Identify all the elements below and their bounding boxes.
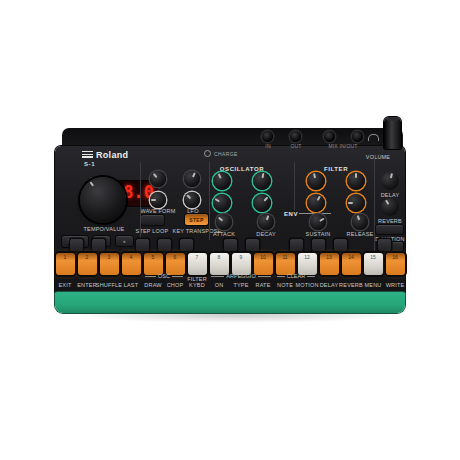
jack-mix-in[interactable]	[324, 131, 335, 142]
step-button-9[interactable]: 9	[232, 253, 251, 275]
black-key-button[interactable]	[70, 239, 83, 251]
step-label-kybd: KYBD	[189, 283, 205, 289]
rec-button[interactable]: ●	[116, 236, 133, 246]
black-key-button[interactable]	[290, 239, 303, 251]
step-number: 8	[210, 255, 229, 260]
filter-knob-2[interactable]	[347, 172, 365, 190]
lfo-rate-knob[interactable]	[184, 192, 200, 208]
black-key-button[interactable]	[246, 239, 259, 251]
volume-knob[interactable]	[384, 117, 401, 149]
jack-out-label: OUT	[290, 144, 301, 149]
charge-indicator: CHARGE	[204, 150, 238, 157]
step-label-menu: MENU	[365, 283, 382, 289]
step-mode-button[interactable]: STEP	[185, 214, 208, 225]
step-number: 13	[320, 255, 339, 260]
env-label-decay: DECAY	[256, 232, 276, 238]
black-key-button[interactable]	[224, 239, 237, 251]
step-mode-button-label: STEP	[185, 214, 208, 225]
jack-in[interactable]	[262, 131, 273, 142]
roland-logo: Roland	[82, 150, 128, 160]
oscillator-knob-2[interactable]	[253, 172, 271, 190]
step-number: 14	[342, 255, 361, 260]
step-number: 9	[232, 255, 251, 260]
step-button-16[interactable]: 16	[386, 253, 405, 275]
filter-section-label: FILTER	[324, 166, 348, 172]
volume-label: VOLUME	[366, 155, 390, 161]
group-bracket-label: CLEAR	[287, 274, 305, 280]
step-button-13[interactable]: 13	[320, 253, 339, 275]
reverb-knob-label: REVERB	[378, 219, 402, 225]
wave-form-range-knob[interactable]	[150, 171, 166, 187]
step-button-14[interactable]: 14	[342, 253, 361, 275]
filter-knob-3[interactable]	[307, 194, 325, 212]
jack-out[interactable]	[290, 131, 301, 142]
ptn-song-button[interactable]	[141, 215, 164, 225]
headphones-icon	[368, 134, 379, 141]
step-number: 11	[276, 255, 295, 260]
product-photo-stage: Roland S-1 CHARGE IN OUT MIX IN/OUT VOLU…	[0, 0, 460, 460]
tempo-value-knob[interactable]	[80, 177, 126, 223]
step-number: 5	[144, 255, 163, 260]
step-button-8[interactable]: 8	[210, 253, 229, 275]
black-key-button[interactable]	[158, 239, 171, 251]
d-motion-button[interactable]	[376, 225, 403, 234]
filter-knob-1[interactable]	[307, 172, 325, 190]
step-label-write: WRITE	[386, 283, 405, 289]
step-number: 2	[78, 255, 97, 260]
step-button-10[interactable]: 10	[254, 253, 273, 275]
step-number: 12	[298, 255, 317, 260]
rec-icon: ●	[116, 236, 133, 246]
step-number: 7	[188, 255, 207, 260]
device-green-base	[55, 292, 405, 313]
step-number: 6	[166, 255, 185, 260]
roland-logo-bars-icon	[82, 151, 93, 159]
divider	[209, 162, 210, 240]
oscillator-knob-1[interactable]	[213, 172, 231, 190]
oscillator-knob-3[interactable]	[213, 194, 231, 212]
brand-name: Roland	[96, 150, 128, 160]
wave-form-knob[interactable]	[150, 192, 166, 208]
step-button-5[interactable]: 5	[144, 253, 163, 275]
env-label-sustain: SUSTAIN	[306, 232, 331, 238]
step-number: 10	[254, 255, 273, 260]
env-section-label: ENV	[284, 211, 298, 217]
env-label-release: RELEASE	[347, 232, 374, 238]
black-key-button[interactable]	[378, 239, 391, 251]
step-label-motion: MOTION	[295, 283, 318, 289]
step-number: 4	[122, 255, 141, 260]
divider	[140, 162, 141, 240]
step-button-7[interactable]: 7	[188, 253, 207, 275]
black-key-button[interactable]	[92, 239, 105, 251]
step-label-type: TYPE	[233, 283, 248, 289]
step-label-note: NOTE	[277, 283, 293, 289]
step-number: 15	[364, 255, 383, 260]
step-button-15[interactable]: 15	[364, 253, 383, 275]
release-knob[interactable]	[352, 214, 368, 230]
jack-in-label: IN	[265, 144, 270, 149]
black-key-button[interactable]	[312, 239, 325, 251]
jack-mix-out[interactable]	[352, 131, 363, 142]
step-button-11[interactable]: 11	[276, 253, 295, 275]
step-label-enter: ENTER	[77, 283, 97, 289]
wave-form-label: WAVE FORM	[140, 209, 175, 215]
group-bracket-clear: CLEAR	[275, 274, 317, 280]
step-label-exit: EXIT	[58, 283, 71, 289]
step-button-4[interactable]: 4	[122, 253, 141, 275]
group-bracket-label: OSC	[158, 274, 170, 280]
step-label-draw: DRAW	[144, 283, 161, 289]
black-key-button[interactable]	[180, 239, 193, 251]
charge-label: CHARGE	[214, 151, 238, 157]
step-button-1[interactable]: 1	[56, 253, 75, 275]
step-number: 16	[386, 255, 405, 260]
filter-knob-4[interactable]	[347, 194, 365, 212]
jack-mix-label: MIX IN/OUT	[328, 144, 357, 149]
divider	[294, 162, 295, 210]
group-bracket-label: ARPEGGIO	[226, 274, 255, 280]
step-label-chop: CHOP	[167, 283, 184, 289]
step-label-delay: DELAY	[320, 283, 339, 289]
step-button-3[interactable]: 3	[100, 253, 119, 275]
reverb-knob[interactable]	[381, 198, 399, 216]
decay-knob[interactable]	[258, 214, 274, 230]
black-key-button[interactable]	[136, 239, 149, 251]
step-number: 3	[100, 255, 119, 260]
lfo-mode-knob[interactable]	[184, 171, 200, 187]
attack-knob[interactable]	[216, 214, 232, 230]
step-label-top-filter: FILTER	[187, 277, 207, 283]
group-bracket-arpeggio: ARPEGGIO	[209, 274, 273, 280]
step-label-shuffle: SHUFFLE	[96, 283, 122, 289]
step-label-rate: RATE	[255, 283, 270, 289]
step-label-last: LAST	[124, 283, 139, 289]
step-button-2[interactable]: 2	[78, 253, 97, 275]
step-label-on: ON	[215, 283, 224, 289]
divider	[374, 155, 375, 253]
delay-knob[interactable]	[381, 172, 399, 190]
oscillator-knob-4[interactable]	[253, 194, 271, 212]
black-key-button[interactable]	[334, 239, 347, 251]
power-icon	[204, 150, 211, 157]
step-number: 1	[56, 255, 75, 260]
step-button-12[interactable]: 12	[298, 253, 317, 275]
env-label-attack: ATTACK	[213, 232, 235, 238]
step-button-6[interactable]: 6	[166, 253, 185, 275]
step-label-reverb: REVERB	[339, 283, 363, 289]
model-name: S-1	[84, 161, 95, 167]
sustain-knob[interactable]	[310, 214, 326, 230]
group-bracket-osc: OSC	[143, 274, 185, 280]
tempo-value-label: TEMPO/VALUE	[84, 227, 125, 233]
